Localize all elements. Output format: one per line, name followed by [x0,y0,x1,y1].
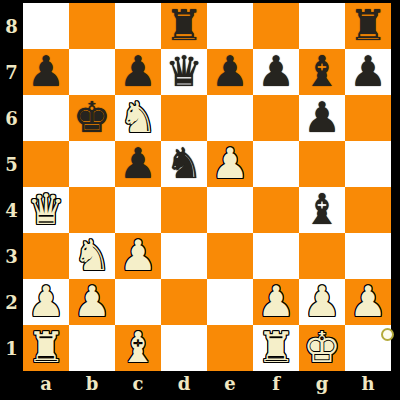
square-c1[interactable]: ♝ [115,325,161,371]
square-b5[interactable] [69,141,115,187]
square-c8[interactable] [115,3,161,49]
rank-label-8: 8 [0,3,23,49]
square-h3[interactable] [345,233,391,279]
square-c6[interactable]: ♞ [115,95,161,141]
rank-label-7: 7 [0,49,23,95]
rank-label-3: 3 [0,233,23,279]
square-h6[interactable] [345,95,391,141]
square-d1[interactable] [161,325,207,371]
square-c3[interactable]: ♟ [115,233,161,279]
square-d4[interactable] [161,187,207,233]
file-label-h: h [345,371,391,400]
square-h4[interactable] [345,187,391,233]
square-a4[interactable]: ♛ [23,187,69,233]
white-rook-f1[interactable]: ♜ [257,325,295,371]
square-e6[interactable] [207,95,253,141]
square-b2[interactable]: ♟ [69,279,115,325]
rank-label-5: 5 [0,141,23,187]
black-pawn-e7[interactable]: ♟ [211,49,249,95]
square-c5[interactable]: ♟ [115,141,161,187]
white-pawn-c3[interactable]: ♟ [119,233,157,279]
square-f2[interactable]: ♟ [253,279,299,325]
square-b3[interactable]: ♞ [69,233,115,279]
square-f5[interactable] [253,141,299,187]
square-a3[interactable] [23,233,69,279]
square-a6[interactable] [23,95,69,141]
square-f7[interactable]: ♟ [253,49,299,95]
square-f4[interactable] [253,187,299,233]
white-knight-b3[interactable]: ♞ [73,233,111,279]
square-b8[interactable] [69,3,115,49]
square-a8[interactable] [23,3,69,49]
square-e7[interactable]: ♟ [207,49,253,95]
black-queen-d7[interactable]: ♛ [165,49,203,95]
rank-label-4: 4 [0,187,23,233]
board: ♜♜♟♟♛♟♟♝♟♚♞♟♟♞♟♛♝♞♟♟♟♟♟♟♜♝♜♚ [23,3,391,371]
rank-label-2: 2 [0,279,23,325]
square-f1[interactable]: ♜ [253,325,299,371]
black-pawn-c5[interactable]: ♟ [119,141,157,187]
rank-label-6: 6 [0,95,23,141]
square-a1[interactable]: ♜ [23,325,69,371]
file-label-d: d [161,371,207,400]
rank-label-1: 1 [0,325,23,371]
square-g6[interactable]: ♟ [299,95,345,141]
square-d8[interactable]: ♜ [161,3,207,49]
square-g4[interactable]: ♝ [299,187,345,233]
square-e1[interactable] [207,325,253,371]
square-e2[interactable] [207,279,253,325]
square-b7[interactable] [69,49,115,95]
square-h5[interactable] [345,141,391,187]
white-pawn-b2[interactable]: ♟ [73,279,111,325]
white-pawn-a2[interactable]: ♟ [27,279,65,325]
chess-board-frame: 87654321 ♜♜♟♟♛♟♟♝♟♚♞♟♟♞♟♛♝♞♟♟♟♟♟♟♜♝♜♚ ab… [0,0,400,400]
file-label-e: e [207,371,253,400]
square-g5[interactable] [299,141,345,187]
white-pawn-f2[interactable]: ♟ [257,279,295,325]
square-a2[interactable]: ♟ [23,279,69,325]
white-king-g1[interactable]: ♚ [303,325,341,371]
file-labels: abcdefgh [23,371,391,400]
square-a5[interactable] [23,141,69,187]
square-g8[interactable] [299,3,345,49]
black-pawn-c7[interactable]: ♟ [119,49,157,95]
square-g1[interactable]: ♚ [299,325,345,371]
rank-labels: 87654321 [0,3,23,371]
square-d6[interactable] [161,95,207,141]
white-knight-c6[interactable]: ♞ [119,95,157,141]
square-g3[interactable] [299,233,345,279]
square-d5[interactable]: ♞ [161,141,207,187]
square-d3[interactable] [161,233,207,279]
white-pawn-g2[interactable]: ♟ [303,279,341,325]
white-queen-a4[interactable]: ♛ [27,187,65,233]
square-e4[interactable] [207,187,253,233]
square-g7[interactable]: ♝ [299,49,345,95]
file-label-g: g [299,371,345,400]
square-h2[interactable]: ♟ [345,279,391,325]
file-label-c: c [115,371,161,400]
file-label-a: a [23,371,69,400]
square-d2[interactable] [161,279,207,325]
black-pawn-f7[interactable]: ♟ [257,49,295,95]
white-bishop-c1[interactable]: ♝ [119,325,157,371]
square-b4[interactable] [69,187,115,233]
square-h7[interactable]: ♟ [345,49,391,95]
square-d7[interactable]: ♛ [161,49,207,95]
file-label-f: f [253,371,299,400]
black-knight-d5[interactable]: ♞ [165,141,203,187]
square-a7[interactable]: ♟ [23,49,69,95]
square-c7[interactable]: ♟ [115,49,161,95]
white-pawn-h2[interactable]: ♟ [349,279,387,325]
file-label-b: b [69,371,115,400]
black-king-b6[interactable]: ♚ [73,95,111,141]
square-c2[interactable] [115,279,161,325]
square-g2[interactable]: ♟ [299,279,345,325]
square-f8[interactable] [253,3,299,49]
black-rook-h8[interactable]: ♜ [349,3,387,49]
white-rook-a1[interactable]: ♜ [27,325,65,371]
white-to-move-indicator [381,328,394,341]
square-c4[interactable] [115,187,161,233]
black-bishop-g7[interactable]: ♝ [303,49,341,95]
square-b1[interactable] [69,325,115,371]
black-bishop-g4[interactable]: ♝ [303,187,341,233]
square-e3[interactable] [207,233,253,279]
square-f6[interactable] [253,95,299,141]
black-pawn-a7[interactable]: ♟ [27,49,65,95]
square-f3[interactable] [253,233,299,279]
square-b6[interactable]: ♚ [69,95,115,141]
white-pawn-e5[interactable]: ♟ [211,141,249,187]
black-pawn-h7[interactable]: ♟ [349,49,387,95]
black-pawn-g6[interactable]: ♟ [303,95,341,141]
black-rook-d8[interactable]: ♜ [165,3,203,49]
square-h8[interactable]: ♜ [345,3,391,49]
square-e8[interactable] [207,3,253,49]
square-e5[interactable]: ♟ [207,141,253,187]
